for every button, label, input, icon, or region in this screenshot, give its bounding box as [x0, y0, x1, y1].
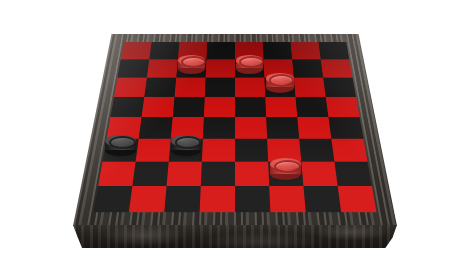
red-checker[interactable] [178, 55, 205, 74]
square-r6c0[interactable] [98, 162, 135, 186]
square-r2c6[interactable] [294, 78, 326, 97]
square-r7c5[interactable] [269, 186, 306, 212]
square-r1c7[interactable] [321, 59, 353, 77]
square-r3c0[interactable] [110, 97, 144, 117]
square-r2c3[interactable] [205, 78, 235, 97]
red-checker-ring [181, 56, 205, 68]
square-r6c4[interactable] [235, 162, 269, 186]
square-r4c6[interactable] [297, 117, 331, 139]
square-r2c7[interactable] [323, 78, 356, 97]
square-r4c3[interactable] [203, 117, 235, 139]
square-r0c3[interactable] [206, 42, 235, 59]
square-r1c1[interactable] [147, 59, 178, 77]
square-r3c6[interactable] [295, 97, 328, 117]
square-r4c1[interactable] [139, 117, 173, 139]
black-checker[interactable] [171, 135, 202, 157]
square-r2c4[interactable] [235, 78, 265, 97]
square-r3c3[interactable] [204, 97, 235, 117]
square-r1c6[interactable] [292, 59, 323, 77]
square-r1c0[interactable] [117, 59, 149, 77]
square-r0c6[interactable] [291, 42, 321, 59]
square-r6c7[interactable] [334, 162, 371, 186]
square-r6c1[interactable] [132, 162, 168, 186]
square-r7c0[interactable] [93, 186, 132, 212]
square-r3c2[interactable] [173, 97, 205, 117]
square-r7c1[interactable] [129, 186, 167, 212]
square-r2c0[interactable] [114, 78, 147, 97]
red-checker[interactable] [270, 158, 302, 180]
square-r4c4[interactable] [235, 117, 267, 139]
red-checker-ring [239, 56, 263, 68]
square-r5c1[interactable] [136, 139, 171, 162]
square-r1c3[interactable] [206, 59, 235, 77]
square-r2c2[interactable] [175, 78, 206, 97]
square-r6c3[interactable] [201, 162, 235, 186]
square-r0c7[interactable] [318, 42, 349, 59]
black-checker[interactable] [105, 135, 136, 157]
square-r6c2[interactable] [167, 162, 202, 186]
board-front-edge [73, 225, 397, 248]
square-r5c6[interactable] [299, 139, 334, 162]
square-r5c4[interactable] [235, 139, 268, 162]
square-r7c2[interactable] [164, 186, 201, 212]
square-r2c1[interactable] [144, 78, 176, 97]
square-r3c4[interactable] [235, 97, 266, 117]
square-r3c1[interactable] [142, 97, 175, 117]
red-checker-ring [269, 74, 294, 86]
square-r4c7[interactable] [328, 117, 363, 139]
square-r6c6[interactable] [301, 162, 337, 186]
red-checker[interactable] [236, 55, 263, 74]
red-checker[interactable] [266, 73, 294, 93]
red-checker-ring [274, 160, 302, 173]
square-r0c5[interactable] [263, 42, 292, 59]
square-r4c5[interactable] [266, 117, 299, 139]
square-r7c7[interactable] [338, 186, 377, 212]
square-r0c0[interactable] [121, 42, 152, 59]
square-r7c3[interactable] [200, 186, 235, 212]
square-r3c7[interactable] [326, 97, 360, 117]
square-r3c5[interactable] [265, 97, 297, 117]
square-r5c7[interactable] [331, 139, 367, 162]
checkers-scene [0, 0, 474, 266]
square-r0c1[interactable] [149, 42, 179, 59]
square-r5c3[interactable] [202, 139, 235, 162]
square-r7c4[interactable] [235, 186, 270, 212]
square-r7c6[interactable] [303, 186, 341, 212]
